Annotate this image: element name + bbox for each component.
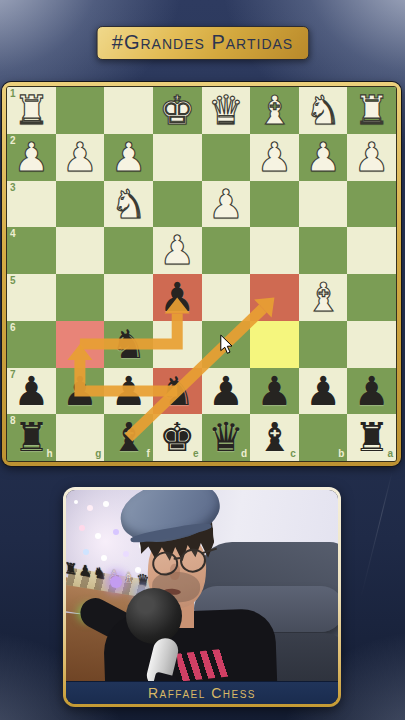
file-label-c: c — [290, 449, 296, 459]
webcam-inner: ♜♟♞♙♗♛♖♙ — [66, 490, 338, 704]
channel-name: Raffael Chess — [148, 685, 256, 701]
glasses-left-lens — [151, 550, 179, 577]
square-f3[interactable]: ♞ — [104, 181, 153, 228]
square-g8[interactable]: g — [56, 414, 105, 461]
file-label-e: e — [193, 449, 199, 459]
piece-white-pawn: ♟ — [299, 134, 348, 181]
square-a4[interactable] — [347, 227, 396, 274]
file-label-b: b — [338, 449, 344, 459]
square-c7[interactable]: ♟ — [250, 368, 299, 415]
piece-white-knight: ♞ — [299, 87, 348, 134]
square-c3[interactable] — [250, 181, 299, 228]
square-f1[interactable] — [104, 87, 153, 134]
purple-light-glow — [110, 576, 122, 588]
piece-white-bishop: ♝ — [299, 274, 348, 321]
webcam-video: ♜♟♞♙♗♛♖♙ — [66, 490, 338, 681]
square-d7[interactable]: ♟ — [202, 368, 251, 415]
square-c4[interactable] — [250, 227, 299, 274]
header-title: #Grandes Partidas — [112, 31, 293, 53]
piece-black-pawn: ♟ — [153, 274, 202, 321]
piece-black-knight: ♞ — [153, 368, 202, 415]
rank-label-7: 7 — [10, 370, 16, 380]
rank-label-4: 4 — [10, 229, 16, 239]
square-f4[interactable] — [104, 227, 153, 274]
file-label-h: h — [47, 449, 53, 459]
microphone-head — [126, 588, 182, 644]
rank-label-2: 2 — [10, 136, 16, 146]
square-g3[interactable] — [56, 181, 105, 228]
chess-board-frame: ♜1♚♛♝♞♜♟2♟♟♟♟♟3♞♟4♟5♟♝6♞♟7♟♟♞♟♟♟♟♜8hg♝f♚… — [2, 82, 401, 466]
square-a2[interactable]: ♟ — [347, 134, 396, 181]
header-banner: #Grandes Partidas — [96, 26, 309, 60]
piece-white-pawn: ♟ — [153, 227, 202, 274]
rank-label-6: 6 — [10, 323, 16, 333]
piece-white-king: ♚ — [153, 87, 202, 134]
piece-black-pawn: ♟ — [104, 368, 153, 415]
square-d2[interactable] — [202, 134, 251, 181]
square-f7[interactable]: ♟ — [104, 368, 153, 415]
square-e3[interactable] — [153, 181, 202, 228]
piece-white-bishop: ♝ — [250, 87, 299, 134]
square-h8[interactable]: ♜8h — [7, 414, 56, 461]
file-label-f: f — [147, 449, 150, 459]
square-d3[interactable]: ♟ — [202, 181, 251, 228]
file-label-d: d — [241, 449, 247, 459]
piece-white-pawn: ♟ — [104, 134, 153, 181]
square-g6[interactable] — [56, 321, 105, 368]
square-h1[interactable]: ♜1 — [7, 87, 56, 134]
square-g1[interactable] — [56, 87, 105, 134]
square-b8[interactable]: b — [299, 414, 348, 461]
piece-black-pawn: ♟ — [347, 368, 396, 415]
square-b1[interactable]: ♞ — [299, 87, 348, 134]
square-b2[interactable]: ♟ — [299, 134, 348, 181]
square-g5[interactable] — [56, 274, 105, 321]
file-label-a: a — [387, 449, 393, 459]
shirt-graphic — [177, 648, 232, 681]
square-d4[interactable] — [202, 227, 251, 274]
square-e5[interactable]: ♟ — [153, 274, 202, 321]
rank-label-8: 8 — [10, 416, 16, 426]
square-h7[interactable]: ♟7 — [7, 368, 56, 415]
square-a8[interactable]: ♜a — [347, 414, 396, 461]
square-f5[interactable] — [104, 274, 153, 321]
square-b6[interactable] — [299, 321, 348, 368]
square-f6[interactable]: ♞ — [104, 321, 153, 368]
piece-white-queen: ♛ — [202, 87, 251, 134]
background-texture-line — [360, 472, 392, 598]
square-a6[interactable] — [347, 321, 396, 368]
square-b7[interactable]: ♟ — [299, 368, 348, 415]
square-d6[interactable] — [202, 321, 251, 368]
piece-black-pawn: ♟ — [56, 368, 105, 415]
square-b3[interactable] — [299, 181, 348, 228]
square-c2[interactable]: ♟ — [250, 134, 299, 181]
square-a3[interactable] — [347, 181, 396, 228]
square-c5[interactable] — [250, 274, 299, 321]
square-d1[interactable]: ♛ — [202, 87, 251, 134]
square-a7[interactable]: ♟ — [347, 368, 396, 415]
piece-white-knight: ♞ — [104, 181, 153, 228]
piece-black-pawn: ♟ — [250, 368, 299, 415]
piece-white-pawn: ♟ — [347, 134, 396, 181]
square-e2[interactable] — [153, 134, 202, 181]
board-grid[interactable]: ♜1♚♛♝♞♜♟2♟♟♟♟♟3♞♟4♟5♟♝6♞♟7♟♟♞♟♟♟♟♜8hg♝f♚… — [7, 87, 396, 461]
piece-white-rook: ♜ — [347, 87, 396, 134]
square-f8[interactable]: ♝f — [104, 414, 153, 461]
square-c8[interactable]: ♝c — [250, 414, 299, 461]
square-e4[interactable]: ♟ — [153, 227, 202, 274]
square-b5[interactable]: ♝ — [299, 274, 348, 321]
square-e7[interactable]: ♞ — [153, 368, 202, 415]
square-c6[interactable] — [250, 321, 299, 368]
square-g4[interactable] — [56, 227, 105, 274]
square-g2[interactable]: ♟ — [56, 134, 105, 181]
piece-black-pawn: ♟ — [202, 368, 251, 415]
webcam-panel: ♜♟♞♙♗♛♖♙ — [63, 487, 341, 707]
square-a1[interactable]: ♜ — [347, 87, 396, 134]
piece-white-pawn: ♟ — [56, 134, 105, 181]
square-f2[interactable]: ♟ — [104, 134, 153, 181]
file-label-g: g — [95, 449, 101, 459]
chess-board[interactable]: ♜1♚♛♝♞♜♟2♟♟♟♟♟3♞♟4♟5♟♝6♞♟7♟♟♞♟♟♟♟♜8hg♝f♚… — [6, 86, 397, 462]
square-e8[interactable]: ♚e — [153, 414, 202, 461]
rank-label-3: 3 — [10, 183, 16, 193]
piece-white-pawn: ♟ — [202, 181, 251, 228]
piece-black-pawn: ♟ — [299, 368, 348, 415]
square-c1[interactable]: ♝ — [250, 87, 299, 134]
square-e6[interactable] — [153, 321, 202, 368]
square-e1[interactable]: ♚ — [153, 87, 202, 134]
video-frame: { "game": "chess", "position": "r1bqkb1r… — [0, 0, 405, 720]
rank-label-1: 1 — [10, 89, 16, 99]
square-b4[interactable] — [299, 227, 348, 274]
square-h6[interactable]: 6 — [7, 321, 56, 368]
square-g7[interactable]: ♟ — [56, 368, 105, 415]
square-h5[interactable]: 5 — [7, 274, 56, 321]
square-h2[interactable]: ♟2 — [7, 134, 56, 181]
square-h4[interactable]: 4 — [7, 227, 56, 274]
square-h3[interactable]: 3 — [7, 181, 56, 228]
rank-label-5: 5 — [10, 276, 16, 286]
square-d5[interactable] — [202, 274, 251, 321]
square-a5[interactable] — [347, 274, 396, 321]
square-d8[interactable]: ♛d — [202, 414, 251, 461]
piece-black-knight: ♞ — [104, 321, 153, 368]
channel-nameplate: Raffael Chess — [66, 681, 338, 704]
piece-white-pawn: ♟ — [250, 134, 299, 181]
